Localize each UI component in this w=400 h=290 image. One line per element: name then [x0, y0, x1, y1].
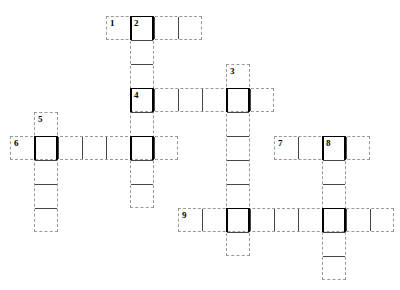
cell-r3c5[interactable]: [131, 89, 155, 112]
cell-r0c7[interactable]: [178, 17, 202, 40]
cell-r8c7[interactable]: [179, 209, 203, 232]
cell-r5c2[interactable]: [58, 137, 82, 160]
cell-r2c5[interactable]: [131, 64, 154, 88]
cell-r3c6[interactable]: [154, 89, 178, 112]
cell-r9c13[interactable]: [323, 232, 346, 256]
cell-r5c1[interactable]: [34, 137, 58, 160]
cell-r5c9[interactable]: [227, 136, 250, 160]
cell-r8c13[interactable]: [322, 209, 346, 232]
cell-r5c12[interactable]: [298, 137, 322, 160]
cell-r6c1[interactable]: [35, 160, 58, 184]
cell-r10c13[interactable]: [323, 256, 346, 280]
cell-r7c13[interactable]: [323, 184, 346, 208]
word-9-across: [178, 208, 394, 232]
cell-r5c0[interactable]: [11, 137, 35, 160]
cell-r6c9[interactable]: [227, 160, 250, 184]
cell-r4c1[interactable]: [35, 113, 58, 137]
cell-r8c11[interactable]: [274, 209, 298, 232]
cell-r7c1[interactable]: [35, 184, 58, 208]
cell-r5c3[interactable]: [82, 137, 106, 160]
cell-r9c9[interactable]: [227, 232, 250, 256]
cell-r1c5[interactable]: [131, 40, 154, 64]
word-5-down: [34, 112, 58, 232]
cell-r4c9[interactable]: [227, 112, 250, 136]
word-1-across: [106, 16, 202, 40]
cell-r8c10[interactable]: [250, 209, 274, 232]
crossword-board: 123456789: [0, 0, 400, 290]
cell-r2c9[interactable]: [227, 65, 250, 89]
cell-r6c13[interactable]: [323, 160, 346, 184]
cell-r8c1[interactable]: [35, 208, 58, 232]
cell-r3c8[interactable]: [202, 89, 226, 112]
word-4-across: [130, 88, 274, 112]
cell-r3c10[interactable]: [250, 89, 274, 112]
cell-r8c8[interactable]: [202, 209, 226, 232]
cell-r5c6[interactable]: [154, 137, 178, 160]
cell-r3c9[interactable]: [226, 89, 250, 112]
word-6-across: [10, 136, 178, 160]
cell-r8c12[interactable]: [298, 209, 322, 232]
cell-r0c6[interactable]: [154, 17, 178, 40]
cell-r8c9[interactable]: [226, 209, 250, 232]
cell-r4c5[interactable]: [131, 112, 154, 136]
word-2-down: [130, 16, 154, 208]
cell-r0c4[interactable]: [107, 17, 131, 40]
cell-r3c7[interactable]: [178, 89, 202, 112]
cell-r6c5[interactable]: [131, 160, 154, 184]
cell-r5c4[interactable]: [106, 137, 130, 160]
cell-r7c5[interactable]: [131, 184, 154, 208]
cell-r5c11[interactable]: [275, 137, 299, 160]
cell-r7c9[interactable]: [227, 184, 250, 208]
cell-r5c14[interactable]: [346, 137, 370, 160]
cell-r0c5[interactable]: [131, 17, 154, 41]
cell-r8c15[interactable]: [370, 209, 394, 232]
cell-r5c13[interactable]: [323, 137, 346, 161]
cell-r5c5[interactable]: [130, 137, 154, 160]
cell-r8c14[interactable]: [346, 209, 370, 232]
